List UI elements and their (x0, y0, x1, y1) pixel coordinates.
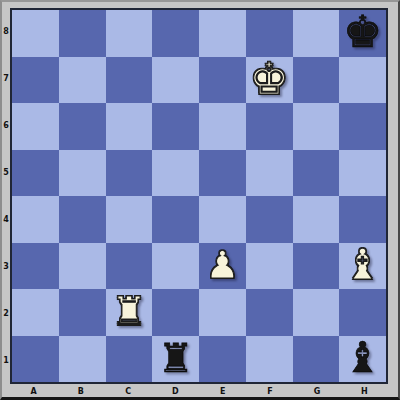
square-c2[interactable]: ♜ (106, 289, 153, 336)
square-a2[interactable] (12, 289, 59, 336)
square-c1[interactable] (106, 336, 153, 383)
square-e4[interactable] (199, 196, 246, 243)
square-d4[interactable] (152, 196, 199, 243)
square-f6[interactable] (246, 103, 293, 150)
square-a4[interactable] (12, 196, 59, 243)
white-rook-c2[interactable]: ♜ (111, 291, 147, 331)
white-king-f7[interactable]: ♚ (249, 57, 288, 101)
square-d5[interactable] (152, 150, 199, 197)
square-a5[interactable] (12, 150, 59, 197)
rank-label-5: 5 (2, 149, 10, 196)
black-bishop-h1[interactable]: ♝ (344, 337, 382, 379)
square-e3[interactable]: ♟ (199, 243, 246, 290)
white-pawn-e3[interactable]: ♟ (205, 246, 239, 284)
file-label-b: B (57, 386, 104, 397)
square-b5[interactable] (59, 150, 106, 197)
black-rook-d1[interactable]: ♜ (158, 338, 194, 378)
square-f3[interactable] (246, 243, 293, 290)
rank-labels: 87654321 (2, 8, 10, 384)
square-d6[interactable] (152, 103, 199, 150)
square-b2[interactable] (59, 289, 106, 336)
square-d8[interactable] (152, 10, 199, 57)
file-labels: ABCDEFGH (10, 386, 388, 397)
square-d3[interactable] (152, 243, 199, 290)
square-b1[interactable] (59, 336, 106, 383)
rank-label-7: 7 (2, 55, 10, 102)
square-g4[interactable] (293, 196, 340, 243)
square-g5[interactable] (293, 150, 340, 197)
board: ♚♚♟♝♜♜♝ (10, 8, 388, 384)
square-f4[interactable] (246, 196, 293, 243)
square-g2[interactable] (293, 289, 340, 336)
square-b7[interactable] (59, 57, 106, 104)
file-label-d: D (152, 386, 199, 397)
square-h1[interactable]: ♝ (339, 336, 386, 383)
white-bishop-h3[interactable]: ♝ (344, 244, 382, 286)
square-g1[interactable] (293, 336, 340, 383)
square-h4[interactable] (339, 196, 386, 243)
square-h3[interactable]: ♝ (339, 243, 386, 290)
black-king-h8[interactable]: ♚ (343, 10, 382, 54)
square-f5[interactable] (246, 150, 293, 197)
square-a3[interactable] (12, 243, 59, 290)
square-g7[interactable] (293, 57, 340, 104)
square-b4[interactable] (59, 196, 106, 243)
square-c4[interactable] (106, 196, 153, 243)
file-label-h: H (341, 386, 388, 397)
square-b3[interactable] (59, 243, 106, 290)
square-h7[interactable] (339, 57, 386, 104)
square-e2[interactable] (199, 289, 246, 336)
square-h6[interactable] (339, 103, 386, 150)
rank-label-3: 3 (2, 243, 10, 290)
square-f1[interactable] (246, 336, 293, 383)
square-c8[interactable] (106, 10, 153, 57)
square-a6[interactable] (12, 103, 59, 150)
square-b6[interactable] (59, 103, 106, 150)
square-f2[interactable] (246, 289, 293, 336)
square-a8[interactable] (12, 10, 59, 57)
rank-label-4: 4 (2, 196, 10, 243)
file-label-f: F (246, 386, 293, 397)
square-c6[interactable] (106, 103, 153, 150)
square-e8[interactable] (199, 10, 246, 57)
square-e5[interactable] (199, 150, 246, 197)
square-e1[interactable] (199, 336, 246, 383)
square-g3[interactable] (293, 243, 340, 290)
rank-label-1: 1 (2, 337, 10, 384)
rank-label-6: 6 (2, 102, 10, 149)
square-c3[interactable] (106, 243, 153, 290)
square-d7[interactable] (152, 57, 199, 104)
square-d1[interactable]: ♜ (152, 336, 199, 383)
square-e6[interactable] (199, 103, 246, 150)
file-label-e: E (199, 386, 246, 397)
rank-label-2: 2 (2, 290, 10, 337)
square-f8[interactable] (246, 10, 293, 57)
square-d2[interactable] (152, 289, 199, 336)
square-g8[interactable] (293, 10, 340, 57)
square-c7[interactable] (106, 57, 153, 104)
chessboard-window: ♚♚♟♝♜♜♝ 87654321 ABCDEFGH (0, 0, 400, 400)
file-label-c: C (105, 386, 152, 397)
square-h8[interactable]: ♚ (339, 10, 386, 57)
square-h5[interactable] (339, 150, 386, 197)
file-label-g: G (294, 386, 341, 397)
square-a7[interactable] (12, 57, 59, 104)
rank-label-8: 8 (2, 8, 10, 55)
file-label-a: A (10, 386, 57, 397)
square-h2[interactable] (339, 289, 386, 336)
square-f7[interactable]: ♚ (246, 57, 293, 104)
square-b8[interactable] (59, 10, 106, 57)
square-a1[interactable] (12, 336, 59, 383)
square-c5[interactable] (106, 150, 153, 197)
square-e7[interactable] (199, 57, 246, 104)
square-g6[interactable] (293, 103, 340, 150)
